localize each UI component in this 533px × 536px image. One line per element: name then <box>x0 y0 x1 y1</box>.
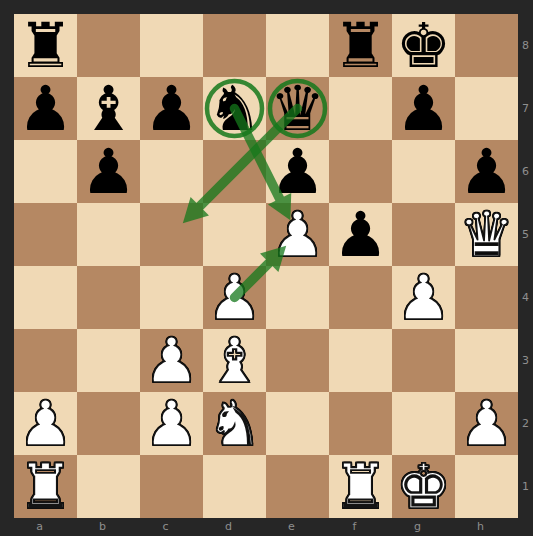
square-f4[interactable] <box>329 266 392 329</box>
square-d2[interactable]: ♞ <box>203 392 266 455</box>
square-g1[interactable]: ♚ <box>392 455 455 518</box>
rank-label-7: 7 <box>518 77 533 140</box>
piece-white-pawn[interactable]: ♟ <box>396 266 452 329</box>
piece-white-pawn[interactable]: ♟ <box>18 392 74 455</box>
square-c3[interactable]: ♟ <box>140 329 203 392</box>
square-h3[interactable] <box>455 329 518 392</box>
square-a8[interactable]: ♜ <box>14 14 77 77</box>
square-e3[interactable] <box>266 329 329 392</box>
square-d4[interactable]: ♟ <box>203 266 266 329</box>
file-label-c: c <box>134 517 197 536</box>
piece-black-pawn[interactable]: ♟ <box>396 77 452 140</box>
piece-white-pawn[interactable]: ♟ <box>459 392 515 455</box>
piece-black-pawn[interactable]: ♟ <box>18 77 74 140</box>
piece-white-rook[interactable]: ♜ <box>18 455 74 518</box>
chess-board[interactable]: ♜♜♚♟♝♟♞♛♟♟♟♟♟♟♛♟♟♟♝♟♟♞♟♜♜♚ <box>14 14 518 518</box>
square-b3[interactable] <box>77 329 140 392</box>
square-h5[interactable]: ♛ <box>455 203 518 266</box>
rank-label-5: 5 <box>518 203 533 266</box>
square-d8[interactable] <box>203 14 266 77</box>
square-g5[interactable] <box>392 203 455 266</box>
square-f2[interactable] <box>329 392 392 455</box>
square-c8[interactable] <box>140 14 203 77</box>
rank-label-2: 2 <box>518 392 533 455</box>
square-f3[interactable] <box>329 329 392 392</box>
square-b5[interactable] <box>77 203 140 266</box>
square-a7[interactable]: ♟ <box>14 77 77 140</box>
square-e4[interactable] <box>266 266 329 329</box>
square-f7[interactable] <box>329 77 392 140</box>
square-h2[interactable]: ♟ <box>455 392 518 455</box>
square-h8[interactable] <box>455 14 518 77</box>
square-a3[interactable] <box>14 329 77 392</box>
rank-label-3: 3 <box>518 329 533 392</box>
rank-label-6: 6 <box>518 140 533 203</box>
piece-white-bishop[interactable]: ♝ <box>207 329 263 392</box>
piece-black-rook[interactable]: ♜ <box>18 14 74 77</box>
square-f5[interactable]: ♟ <box>329 203 392 266</box>
square-d3[interactable]: ♝ <box>203 329 266 392</box>
piece-white-king[interactable]: ♚ <box>396 455 452 518</box>
square-a4[interactable] <box>14 266 77 329</box>
square-e2[interactable] <box>266 392 329 455</box>
square-f6[interactable] <box>329 140 392 203</box>
square-c6[interactable] <box>140 140 203 203</box>
square-g3[interactable] <box>392 329 455 392</box>
square-g7[interactable]: ♟ <box>392 77 455 140</box>
rank-label-8: 8 <box>518 14 533 77</box>
piece-black-pawn[interactable]: ♟ <box>333 203 389 266</box>
square-d5[interactable] <box>203 203 266 266</box>
square-e1[interactable] <box>266 455 329 518</box>
square-e8[interactable] <box>266 14 329 77</box>
square-a6[interactable] <box>14 140 77 203</box>
square-a1[interactable]: ♜ <box>14 455 77 518</box>
piece-black-pawn[interactable]: ♟ <box>459 140 515 203</box>
square-e5[interactable]: ♟ <box>266 203 329 266</box>
rank-label-1: 1 <box>518 455 533 518</box>
square-b1[interactable] <box>77 455 140 518</box>
square-g6[interactable] <box>392 140 455 203</box>
piece-black-rook[interactable]: ♜ <box>333 14 389 77</box>
square-c7[interactable]: ♟ <box>140 77 203 140</box>
square-b8[interactable] <box>77 14 140 77</box>
piece-black-pawn[interactable]: ♟ <box>144 77 200 140</box>
piece-white-rook[interactable]: ♜ <box>333 455 389 518</box>
square-h7[interactable] <box>455 77 518 140</box>
piece-black-bishop[interactable]: ♝ <box>81 77 137 140</box>
file-label-b: b <box>71 517 134 536</box>
square-b4[interactable] <box>77 266 140 329</box>
piece-black-pawn[interactable]: ♟ <box>81 140 137 203</box>
piece-white-queen[interactable]: ♛ <box>459 203 515 266</box>
piece-black-pawn[interactable]: ♟ <box>270 140 326 203</box>
piece-black-queen[interactable]: ♛ <box>270 77 326 140</box>
piece-black-king[interactable]: ♚ <box>396 14 452 77</box>
square-d7[interactable]: ♞ <box>203 77 266 140</box>
square-f1[interactable]: ♜ <box>329 455 392 518</box>
square-c2[interactable]: ♟ <box>140 392 203 455</box>
piece-black-knight[interactable]: ♞ <box>207 77 263 140</box>
file-label-d: d <box>197 517 260 536</box>
piece-white-pawn[interactable]: ♟ <box>207 266 263 329</box>
square-g2[interactable] <box>392 392 455 455</box>
piece-white-pawn[interactable]: ♟ <box>144 329 200 392</box>
square-h1[interactable] <box>455 455 518 518</box>
piece-white-knight[interactable]: ♞ <box>207 392 263 455</box>
piece-white-pawn[interactable]: ♟ <box>270 203 326 266</box>
square-b7[interactable]: ♝ <box>77 77 140 140</box>
square-a5[interactable] <box>14 203 77 266</box>
file-label-e: e <box>260 517 323 536</box>
square-b2[interactable] <box>77 392 140 455</box>
square-e7[interactable]: ♛ <box>266 77 329 140</box>
square-a2[interactable]: ♟ <box>14 392 77 455</box>
square-d6[interactable] <box>203 140 266 203</box>
square-e6[interactable]: ♟ <box>266 140 329 203</box>
square-d1[interactable] <box>203 455 266 518</box>
square-c1[interactable] <box>140 455 203 518</box>
square-c4[interactable] <box>140 266 203 329</box>
rank-coordinates: 87654321 <box>518 14 533 518</box>
square-b6[interactable]: ♟ <box>77 140 140 203</box>
square-g4[interactable]: ♟ <box>392 266 455 329</box>
piece-white-pawn[interactable]: ♟ <box>144 392 200 455</box>
square-h4[interactable] <box>455 266 518 329</box>
square-g8[interactable]: ♚ <box>392 14 455 77</box>
rank-label-4: 4 <box>518 266 533 329</box>
square-h6[interactable]: ♟ <box>455 140 518 203</box>
page-background: ♜♜♚♟♝♟♞♛♟♟♟♟♟♟♛♟♟♟♝♟♟♞♟♜♜♚ abcdefgh 8765… <box>0 0 533 536</box>
square-c5[interactable] <box>140 203 203 266</box>
square-f8[interactable]: ♜ <box>329 14 392 77</box>
file-label-h: h <box>449 517 512 536</box>
